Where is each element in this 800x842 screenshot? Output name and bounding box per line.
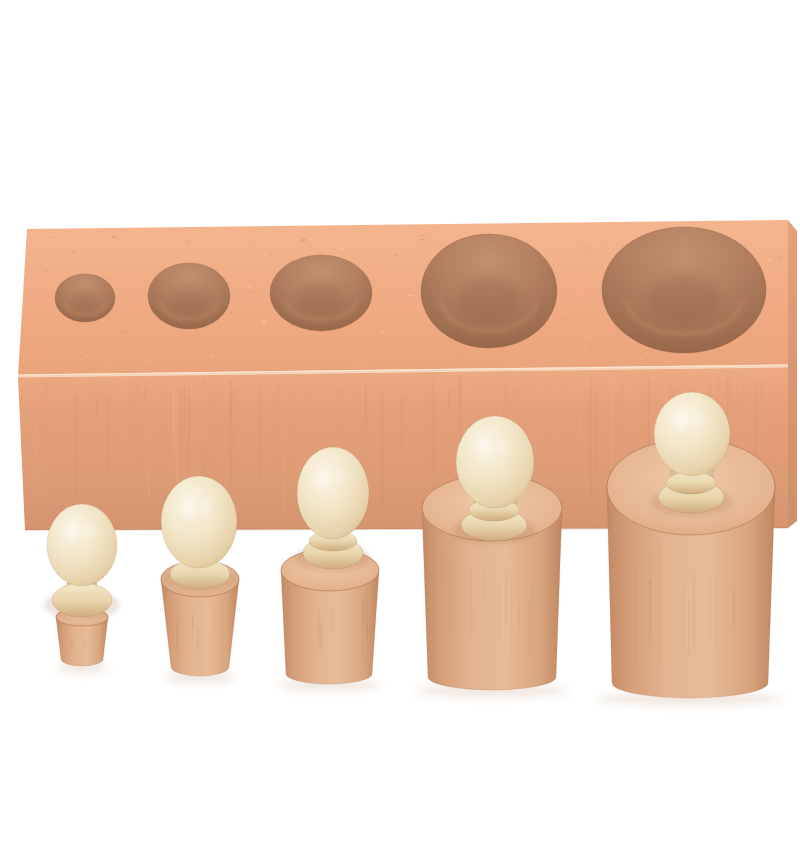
- knob-collar: [52, 583, 112, 617]
- socket-1-smallest: [55, 274, 115, 322]
- cylinder-2: [161, 476, 239, 683]
- knob-ball: [297, 447, 369, 539]
- knob-ball: [161, 476, 237, 568]
- product-photo: Montessori knobbed cylinder block toy, b…: [0, 0, 800, 842]
- socket-5-largest: [602, 227, 766, 353]
- knob-highlight: [64, 522, 78, 542]
- knob-ball: [654, 392, 730, 476]
- knob-ball: [47, 504, 117, 586]
- socket-3: [270, 255, 372, 331]
- knob-highlight: [477, 439, 491, 459]
- block-right-face: [788, 220, 797, 528]
- socket-2: [148, 263, 230, 329]
- knob-highlight: [181, 499, 195, 519]
- knob-highlight: [315, 470, 329, 490]
- montessori-cylinder-block-photo: [0, 0, 800, 842]
- knob-ball: [456, 416, 534, 508]
- socket-4: [421, 234, 557, 348]
- knob-highlight: [674, 411, 688, 431]
